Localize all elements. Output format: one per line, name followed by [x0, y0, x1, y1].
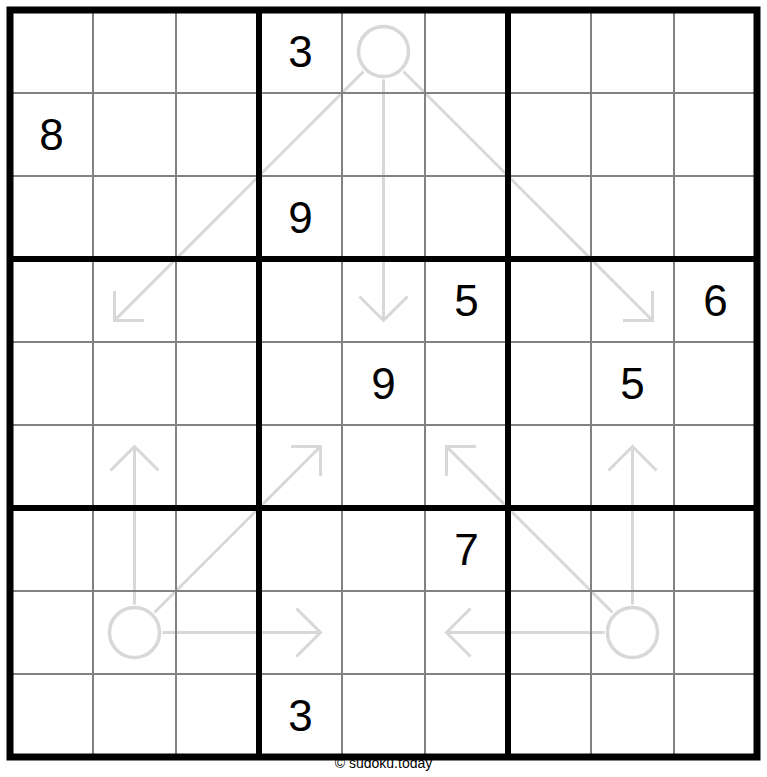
cell-r5c4[interactable] [259, 342, 342, 425]
cell-r8c6[interactable] [425, 591, 508, 674]
cell-r6c1[interactable] [10, 425, 93, 508]
cell-r8c8[interactable] [591, 591, 674, 674]
cell-r6c8[interactable] [591, 425, 674, 508]
cell-r9c1[interactable] [10, 674, 93, 757]
cell-r3c8[interactable] [591, 176, 674, 259]
cell-r5c5[interactable]: 9 [342, 342, 425, 425]
cell-r9c5[interactable] [342, 674, 425, 757]
cell-r3c3[interactable] [176, 176, 259, 259]
cell-r9c3[interactable] [176, 674, 259, 757]
cell-r2c4[interactable] [259, 93, 342, 176]
cell-r8c4[interactable] [259, 591, 342, 674]
cell-r4c6[interactable]: 5 [425, 259, 508, 342]
cell-r8c9[interactable] [674, 591, 757, 674]
sudoku-page: 389569573 © sudoku.today [0, 0, 767, 777]
cell-r9c2[interactable] [93, 674, 176, 757]
cell-r7c8[interactable] [591, 508, 674, 591]
cell-r1c8[interactable] [591, 10, 674, 93]
cell-r9c6[interactable] [425, 674, 508, 757]
cell-r6c4[interactable] [259, 425, 342, 508]
cell-r6c5[interactable] [342, 425, 425, 508]
cell-r5c8[interactable]: 5 [591, 342, 674, 425]
cell-r8c7[interactable] [508, 591, 591, 674]
cell-r2c8[interactable] [591, 93, 674, 176]
cell-r3c1[interactable] [10, 176, 93, 259]
cell-r3c9[interactable] [674, 176, 757, 259]
given-digit: 6 [703, 279, 727, 323]
cell-r1c3[interactable] [176, 10, 259, 93]
cell-r7c2[interactable] [93, 508, 176, 591]
cell-r7c1[interactable] [10, 508, 93, 591]
cell-r5c2[interactable] [93, 342, 176, 425]
given-digit: 7 [454, 528, 478, 572]
cell-r6c2[interactable] [93, 425, 176, 508]
cell-r7c4[interactable] [259, 508, 342, 591]
cell-r6c3[interactable] [176, 425, 259, 508]
cell-r4c1[interactable] [10, 259, 93, 342]
cell-r8c1[interactable] [10, 591, 93, 674]
cell-r2c3[interactable] [176, 93, 259, 176]
cell-r5c9[interactable] [674, 342, 757, 425]
cell-r7c9[interactable] [674, 508, 757, 591]
cell-r4c3[interactable] [176, 259, 259, 342]
cell-r2c6[interactable] [425, 93, 508, 176]
cell-r4c2[interactable] [93, 259, 176, 342]
cell-r9c4[interactable]: 3 [259, 674, 342, 757]
cell-r6c6[interactable] [425, 425, 508, 508]
cell-r3c6[interactable] [425, 176, 508, 259]
cell-r1c5[interactable] [342, 10, 425, 93]
given-digit: 3 [288, 694, 312, 738]
cell-r5c3[interactable] [176, 342, 259, 425]
given-digit: 5 [454, 279, 478, 323]
cell-r1c4[interactable]: 3 [259, 10, 342, 93]
cell-r4c7[interactable] [508, 259, 591, 342]
cell-r3c2[interactable] [93, 176, 176, 259]
cell-r3c5[interactable] [342, 176, 425, 259]
site-credit: © sudoku.today [10, 755, 757, 775]
cell-r6c9[interactable] [674, 425, 757, 508]
cell-r7c3[interactable] [176, 508, 259, 591]
cell-r1c7[interactable] [508, 10, 591, 93]
cell-r8c2[interactable] [93, 591, 176, 674]
cell-r5c1[interactable] [10, 342, 93, 425]
cell-r6c7[interactable] [508, 425, 591, 508]
cell-r2c1[interactable]: 8 [10, 93, 93, 176]
cell-r7c5[interactable] [342, 508, 425, 591]
cell-r2c9[interactable] [674, 93, 757, 176]
cell-r2c5[interactable] [342, 93, 425, 176]
cell-r1c9[interactable] [674, 10, 757, 93]
sudoku-grid: 389569573 [10, 10, 757, 757]
cell-r3c7[interactable] [508, 176, 591, 259]
cell-r4c5[interactable] [342, 259, 425, 342]
cell-r7c6[interactable]: 7 [425, 508, 508, 591]
cell-r5c6[interactable] [425, 342, 508, 425]
cell-r1c1[interactable] [10, 10, 93, 93]
cell-r9c8[interactable] [591, 674, 674, 757]
cell-r5c7[interactable] [508, 342, 591, 425]
cell-r8c3[interactable] [176, 591, 259, 674]
cell-r9c9[interactable] [674, 674, 757, 757]
cell-r7c7[interactable] [508, 508, 591, 591]
given-digit: 3 [288, 30, 312, 74]
cell-r8c5[interactable] [342, 591, 425, 674]
cell-r2c2[interactable] [93, 93, 176, 176]
given-digit: 9 [288, 196, 312, 240]
cell-r2c7[interactable] [508, 93, 591, 176]
given-digit: 5 [620, 362, 644, 406]
cell-r3c4[interactable]: 9 [259, 176, 342, 259]
cell-r4c8[interactable] [591, 259, 674, 342]
cell-r1c6[interactable] [425, 10, 508, 93]
cell-r4c9[interactable]: 6 [674, 259, 757, 342]
given-digit: 9 [371, 362, 395, 406]
given-digit: 8 [39, 113, 63, 157]
cell-r4c4[interactable] [259, 259, 342, 342]
cell-r9c7[interactable] [508, 674, 591, 757]
cell-r1c2[interactable] [93, 10, 176, 93]
